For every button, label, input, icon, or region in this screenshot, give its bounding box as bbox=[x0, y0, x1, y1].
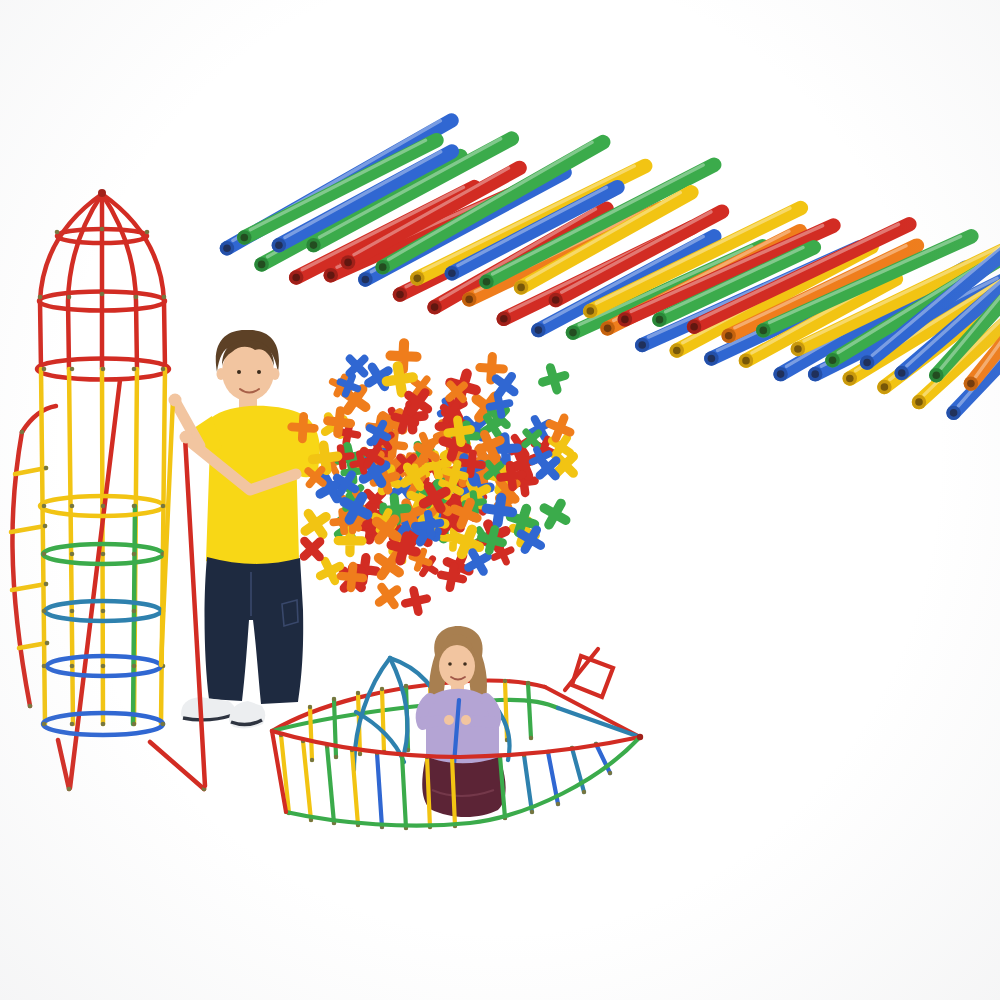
connector-knob bbox=[582, 790, 586, 794]
girl-eye bbox=[448, 662, 452, 666]
connector-knob bbox=[42, 609, 47, 614]
boat-stanchion-yellow bbox=[452, 757, 455, 826]
boat-stanchion-green bbox=[402, 755, 406, 828]
boat-stanchion-green bbox=[528, 683, 531, 738]
connector-knob bbox=[70, 552, 75, 557]
boy-fist bbox=[169, 394, 182, 407]
straw-end-hole bbox=[448, 269, 456, 277]
straw-end-hole bbox=[344, 259, 352, 267]
straw-end-hole bbox=[431, 303, 439, 311]
connector-knob bbox=[132, 722, 137, 727]
tower-leg bbox=[150, 742, 204, 789]
connector-knob bbox=[45, 641, 50, 646]
straw-end-hole bbox=[275, 241, 283, 249]
connector-knob bbox=[358, 752, 362, 756]
boat-stanchion-green bbox=[500, 756, 505, 818]
straw-end-hole bbox=[310, 241, 318, 249]
connector-knob bbox=[134, 295, 139, 300]
connector-knob bbox=[332, 697, 336, 701]
straw-end-hole bbox=[569, 329, 577, 337]
straw-end-hole bbox=[915, 398, 923, 406]
connector-knob bbox=[101, 504, 106, 509]
cross-connector bbox=[403, 588, 429, 614]
boat-stanchion-yellow bbox=[310, 707, 312, 760]
straw-end-hole bbox=[292, 274, 300, 282]
connector-knob bbox=[334, 755, 338, 759]
connector-pile bbox=[291, 343, 582, 614]
cross-connector bbox=[298, 507, 333, 542]
straw-end-hole bbox=[414, 275, 422, 283]
connector-knob bbox=[70, 664, 75, 669]
tower-fin-top bbox=[22, 406, 56, 432]
tower-strut bbox=[102, 369, 103, 724]
boy-eye bbox=[257, 370, 261, 374]
straw-end-hole bbox=[933, 371, 941, 379]
connector-knob bbox=[161, 504, 166, 509]
girl-hand bbox=[444, 715, 454, 725]
straw-end-hole bbox=[258, 261, 266, 269]
straw-end-hole bbox=[517, 284, 525, 292]
straw-end-hole bbox=[500, 315, 508, 323]
girl-pants bbox=[422, 756, 505, 817]
connector-knob bbox=[608, 771, 612, 775]
straw-pile bbox=[220, 121, 1000, 421]
straw-end-hole bbox=[223, 244, 231, 252]
girl-forearm bbox=[472, 721, 494, 722]
connector-knob bbox=[162, 295, 167, 300]
connector-knob bbox=[55, 230, 60, 235]
connector-knob bbox=[44, 466, 49, 471]
connector-knob bbox=[161, 367, 166, 372]
straw-end-hole bbox=[881, 383, 889, 391]
tower-fin-rung bbox=[12, 584, 46, 590]
connector-knob bbox=[132, 504, 137, 509]
product-photo bbox=[0, 0, 1000, 1000]
connector-knob bbox=[70, 504, 75, 509]
connector-knob bbox=[526, 681, 530, 685]
connector-knob bbox=[530, 810, 534, 814]
straw-end-hole bbox=[690, 323, 698, 331]
connector-knob bbox=[38, 295, 43, 300]
straw-end-hole bbox=[552, 296, 560, 304]
connector-knob bbox=[20, 430, 25, 435]
connector-knob bbox=[28, 704, 33, 709]
connector-knob bbox=[70, 367, 75, 372]
boat-stanchion-yellow bbox=[352, 750, 358, 825]
girl-hand bbox=[461, 715, 471, 725]
connector-knob bbox=[42, 504, 47, 509]
connector-knob bbox=[42, 367, 47, 372]
boat-stanchion-green bbox=[327, 746, 334, 823]
boy-jeans bbox=[205, 557, 304, 704]
connector-knob bbox=[101, 367, 106, 372]
straw-end-hole bbox=[777, 370, 785, 378]
connector-knob bbox=[132, 552, 137, 557]
connector-knob bbox=[503, 679, 507, 683]
connector-knob bbox=[556, 802, 560, 806]
straw-end-hole bbox=[967, 380, 975, 388]
connector-knob bbox=[42, 664, 47, 669]
girl-face bbox=[439, 645, 475, 687]
girl-figure bbox=[422, 626, 506, 817]
boat-stanchion-yellow bbox=[382, 689, 384, 752]
tower-leg bbox=[58, 740, 69, 789]
boat-stanchion-blue bbox=[377, 753, 382, 827]
straw-end-hole bbox=[379, 263, 387, 271]
straw-end-hole bbox=[535, 326, 543, 334]
connector-knob bbox=[42, 552, 47, 557]
connector-knob bbox=[145, 230, 150, 235]
connector-knob bbox=[132, 664, 137, 669]
straw-end-hole bbox=[396, 291, 404, 299]
rocket-tower bbox=[11, 189, 204, 789]
connector-knob bbox=[101, 609, 106, 614]
connector-knob bbox=[100, 292, 105, 297]
straw-end-hole bbox=[811, 370, 819, 378]
connector-knob bbox=[356, 691, 360, 695]
tower-strut-green bbox=[133, 506, 135, 724]
straw-end-hole bbox=[587, 307, 595, 315]
connector-knob bbox=[100, 227, 105, 232]
straw-end-hole bbox=[708, 355, 716, 363]
straw-end-hole bbox=[950, 409, 958, 417]
straw-end-hole bbox=[604, 325, 612, 333]
girl-forearm bbox=[424, 721, 444, 722]
connector-knob bbox=[132, 609, 137, 614]
connector-knob bbox=[380, 687, 384, 691]
straw-end-hole bbox=[898, 369, 906, 377]
connector-knob bbox=[70, 609, 75, 614]
connector-knob bbox=[43, 524, 48, 529]
tower-apex-connector bbox=[98, 189, 106, 197]
straw-end-hole bbox=[863, 359, 871, 367]
tower-strut bbox=[41, 369, 45, 724]
connector-knob bbox=[529, 736, 533, 740]
straw-end-hole bbox=[829, 356, 837, 364]
boy-eye bbox=[237, 370, 241, 374]
straw-end-hole bbox=[327, 271, 335, 279]
straw-end-hole bbox=[656, 316, 664, 324]
connector-knob bbox=[132, 367, 137, 372]
connector-knob bbox=[404, 684, 408, 688]
straw-end-hole bbox=[483, 278, 491, 286]
connector-knob bbox=[44, 582, 49, 587]
straw-end-hole bbox=[794, 345, 802, 353]
connector-knob bbox=[70, 722, 75, 727]
scene-svg bbox=[0, 0, 1000, 1000]
held-straw-red bbox=[185, 437, 205, 786]
connector-knob bbox=[101, 552, 106, 557]
boy-fist bbox=[180, 431, 193, 444]
straw-end-hole bbox=[621, 316, 629, 324]
straw-end-hole bbox=[846, 375, 854, 383]
tower-diagonal bbox=[70, 380, 120, 788]
straw-end-hole bbox=[241, 234, 249, 242]
boat-stanchion-teal bbox=[524, 755, 532, 812]
straw-end-hole bbox=[638, 341, 646, 349]
boat-stanchion-green bbox=[334, 699, 336, 757]
boat-stern-inner-rail bbox=[558, 708, 640, 737]
cross-connector bbox=[373, 581, 404, 612]
connector-knob bbox=[42, 722, 47, 727]
tower-fin-rung bbox=[11, 526, 45, 532]
connector-knob bbox=[161, 722, 166, 727]
connector-knob bbox=[308, 705, 312, 709]
straw-end-hole bbox=[760, 327, 768, 335]
straw-end-hole bbox=[725, 332, 733, 340]
girl-eye bbox=[463, 662, 467, 666]
connector-knob bbox=[67, 295, 72, 300]
connector-knob bbox=[310, 758, 314, 762]
boat-far-bottom-rail bbox=[272, 700, 558, 731]
cross-connector bbox=[539, 364, 568, 393]
connector-knob bbox=[67, 787, 72, 792]
cross-connector bbox=[538, 497, 571, 530]
straw-end-hole bbox=[673, 347, 681, 355]
straw-end-hole bbox=[362, 276, 370, 284]
boat-stanchion-yellow bbox=[427, 757, 430, 827]
connector-knob bbox=[101, 664, 106, 669]
straw-end-hole bbox=[465, 296, 473, 304]
connector-knob bbox=[101, 722, 106, 727]
boat-stern-connector bbox=[637, 734, 643, 740]
straw-end-hole bbox=[742, 357, 750, 365]
